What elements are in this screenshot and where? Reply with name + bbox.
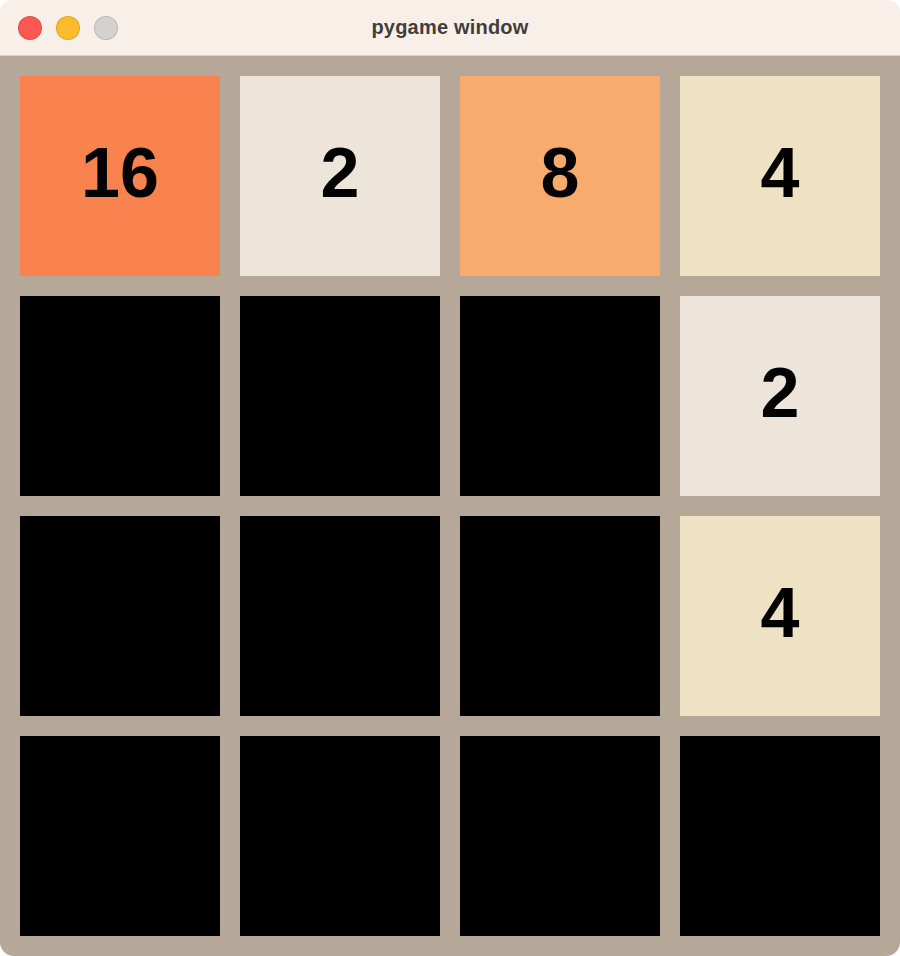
- traffic-lights: [18, 0, 118, 55]
- empty-cell: [680, 736, 880, 936]
- zoom-button-icon: [94, 16, 118, 40]
- minimize-button-icon[interactable]: [56, 16, 80, 40]
- tile-value: 2: [321, 138, 360, 208]
- tile-value: 16: [81, 138, 159, 208]
- close-button-icon[interactable]: [18, 16, 42, 40]
- tile-value: 8: [541, 138, 580, 208]
- empty-cell: [460, 516, 660, 716]
- tile-value: 4: [761, 578, 800, 648]
- window-titlebar[interactable]: pygame window: [0, 0, 900, 56]
- tile-value: 4: [761, 138, 800, 208]
- empty-cell: [240, 736, 440, 936]
- pygame-window: pygame window 1628424: [0, 0, 900, 956]
- empty-cell: [20, 516, 220, 716]
- tile-4: 4: [680, 516, 880, 716]
- tile-16: 16: [20, 76, 220, 276]
- window-title: pygame window: [371, 16, 528, 39]
- empty-cell: [240, 516, 440, 716]
- empty-cell: [20, 736, 220, 936]
- board[interactable]: 1628424: [0, 56, 900, 956]
- tile-2: 2: [240, 76, 440, 276]
- tile-2: 2: [680, 296, 880, 496]
- empty-cell: [240, 296, 440, 496]
- tile-value: 2: [761, 358, 800, 428]
- empty-cell: [460, 736, 660, 936]
- tile-4: 4: [680, 76, 880, 276]
- empty-cell: [20, 296, 220, 496]
- empty-cell: [460, 296, 660, 496]
- tile-8: 8: [460, 76, 660, 276]
